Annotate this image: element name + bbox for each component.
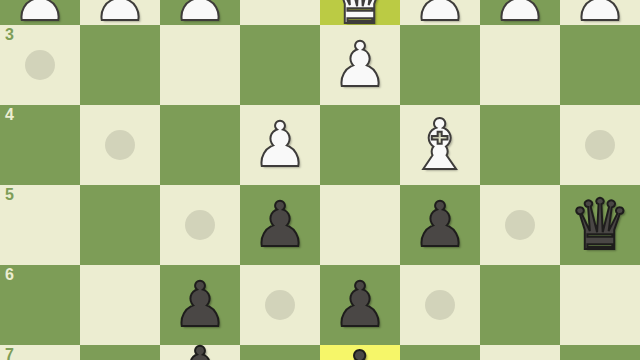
square-f7[interactable]: ♟ [160, 345, 240, 360]
square-g5[interactable] [80, 185, 160, 265]
move-hint-dot-f5[interactable] [185, 210, 215, 240]
white-pawn-e4[interactable]: ♟ [240, 105, 320, 185]
square-b4[interactable] [480, 105, 560, 185]
square-d5[interactable] [320, 185, 400, 265]
square-c4[interactable]: ♝ [400, 105, 480, 185]
rank-label-7: 7 [5, 347, 14, 360]
square-c3[interactable] [400, 25, 480, 105]
square-e3[interactable] [240, 25, 320, 105]
square-g7[interactable] [80, 345, 160, 360]
square-d6[interactable]: ♟ [320, 265, 400, 345]
move-hint-dot-a4[interactable] [585, 130, 615, 160]
square-e4[interactable]: ♟ [240, 105, 320, 185]
square-d2[interactable]: ♛ [320, 0, 400, 25]
square-c2[interactable]: ♟ [400, 0, 480, 25]
black-bishop-d7[interactable]: ♝ [320, 337, 400, 360]
white-pawn-d3[interactable]: ♟ [320, 25, 400, 105]
rank-label-3: 3 [5, 27, 14, 43]
square-d7[interactable]: ♝ [320, 345, 400, 360]
square-h7[interactable]: 7 [0, 345, 80, 360]
move-hint-dot-b5[interactable] [505, 210, 535, 240]
rank-label-6: 6 [5, 267, 14, 283]
square-f4[interactable] [160, 105, 240, 185]
square-h6[interactable]: 6 [0, 265, 80, 345]
square-a7[interactable] [560, 345, 640, 360]
square-e5[interactable]: ♟ [240, 185, 320, 265]
black-queen-a5[interactable]: ♛ [560, 185, 640, 265]
square-f3[interactable] [160, 25, 240, 105]
move-hint-dot-h3[interactable] [25, 50, 55, 80]
square-d3[interactable]: ♟ [320, 25, 400, 105]
move-hint-dot-e6[interactable] [265, 290, 295, 320]
square-g3[interactable] [80, 25, 160, 105]
black-pawn-c5[interactable]: ♟ [400, 185, 480, 265]
square-g6[interactable] [80, 265, 160, 345]
square-a5[interactable]: ♛ [560, 185, 640, 265]
square-f2[interactable]: ♟ [160, 0, 240, 25]
square-c5[interactable]: ♟ [400, 185, 480, 265]
square-b2[interactable]: ♟ [480, 0, 560, 25]
square-h2[interactable]: ♟ [0, 0, 80, 25]
square-a3[interactable] [560, 25, 640, 105]
square-e2[interactable] [240, 0, 320, 25]
square-h4[interactable]: 4 [0, 105, 80, 185]
square-d4[interactable] [320, 105, 400, 185]
square-e7[interactable] [240, 345, 320, 360]
white-bishop-c4[interactable]: ♝ [400, 105, 480, 185]
square-f5[interactable] [160, 185, 240, 265]
square-b7[interactable] [480, 345, 560, 360]
black-pawn-f7[interactable]: ♟ [160, 330, 240, 360]
chess-board-viewport: ♟♟♟♛♟♟♟3♟4♟♝5♟♟♛6♟♟7♟♝ [0, 0, 640, 360]
black-pawn-d6[interactable]: ♟ [320, 265, 400, 345]
square-c7[interactable] [400, 345, 480, 360]
rank-label-4: 4 [5, 107, 14, 123]
black-pawn-e5[interactable]: ♟ [240, 185, 320, 265]
move-hint-dot-g4[interactable] [105, 130, 135, 160]
square-a6[interactable] [560, 265, 640, 345]
square-b3[interactable] [480, 25, 560, 105]
rank-label-5: 5 [5, 187, 14, 203]
square-b5[interactable] [480, 185, 560, 265]
square-e6[interactable] [240, 265, 320, 345]
square-a4[interactable] [560, 105, 640, 185]
square-h5[interactable]: 5 [0, 185, 80, 265]
square-g2[interactable]: ♟ [80, 0, 160, 25]
chess-board[interactable]: ♟♟♟♛♟♟♟3♟4♟♝5♟♟♛6♟♟7♟♝ [0, 0, 640, 360]
square-a2[interactable]: ♟ [560, 0, 640, 25]
square-b6[interactable] [480, 265, 560, 345]
move-hint-dot-c6[interactable] [425, 290, 455, 320]
square-h3[interactable]: 3 [0, 25, 80, 105]
square-g4[interactable] [80, 105, 160, 185]
square-c6[interactable] [400, 265, 480, 345]
